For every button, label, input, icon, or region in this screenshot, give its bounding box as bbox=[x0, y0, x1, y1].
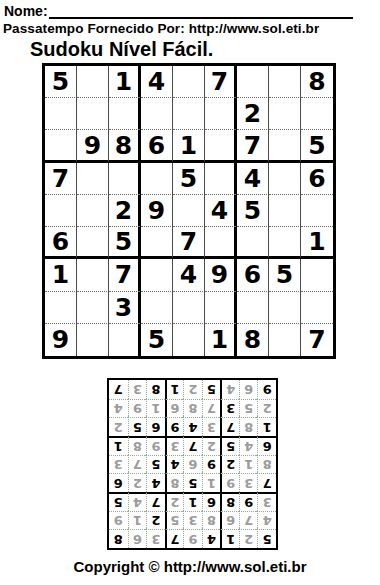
cell-r7c4[interactable] bbox=[141, 259, 173, 291]
cell-r4c1: 7 bbox=[45, 163, 77, 195]
solution-cell-r1c8: 6 bbox=[128, 529, 147, 548]
solution-cell-r7c3: 7 bbox=[220, 417, 239, 436]
solution-cell-r7c5: 4 bbox=[183, 417, 202, 436]
cell-r4c5: 5 bbox=[173, 163, 205, 195]
solution-cell-r6c6: 3 bbox=[165, 436, 184, 455]
solution-cell-r1c4: 4 bbox=[202, 529, 221, 548]
solution-cell-r5c8: 7 bbox=[128, 455, 147, 474]
cell-r9c6: 1 bbox=[205, 324, 237, 356]
solution-cell-r6c9: 1 bbox=[109, 436, 128, 455]
cell-r7c6: 9 bbox=[205, 259, 237, 291]
solution-cell-r8c2: 5 bbox=[239, 399, 258, 418]
cell-r5c2[interactable] bbox=[77, 195, 109, 227]
solution-cell-r4c8: 2 bbox=[128, 473, 147, 492]
cell-r7c7: 6 bbox=[237, 259, 269, 291]
cell-r2c2[interactable] bbox=[77, 98, 109, 130]
solution-cell-r6c8: 8 bbox=[128, 436, 147, 455]
cell-r5c6: 4 bbox=[205, 195, 237, 227]
cell-r9c1: 9 bbox=[45, 324, 77, 356]
solution-cell-r7c2: 8 bbox=[239, 417, 258, 436]
solution-cell-r4c2: 3 bbox=[239, 473, 258, 492]
solution-cell-r4c1: 7 bbox=[257, 473, 276, 492]
cell-r7c3: 7 bbox=[109, 259, 141, 291]
cell-r2c1[interactable] bbox=[45, 98, 77, 130]
sudoku-board[interactable]: 514782986175754629456571174965395187 bbox=[42, 63, 336, 359]
solution-cell-r8c8: 9 bbox=[128, 399, 147, 418]
cell-r3c8[interactable] bbox=[269, 130, 301, 162]
cell-r8c2[interactable] bbox=[77, 292, 109, 324]
cell-r4c4[interactable] bbox=[141, 163, 173, 195]
solution-cell-r2c5: 3 bbox=[183, 511, 202, 530]
cell-r6c3: 5 bbox=[109, 227, 141, 259]
cell-r5c3: 2 bbox=[109, 195, 141, 227]
cell-r6c8[interactable] bbox=[269, 227, 301, 259]
solution-cell-r7c1: 1 bbox=[257, 417, 276, 436]
cell-r4c2[interactable] bbox=[77, 163, 109, 195]
cell-r1c4: 4 bbox=[141, 66, 173, 98]
cell-r2c6[interactable] bbox=[205, 98, 237, 130]
cell-r9c4: 5 bbox=[141, 324, 173, 356]
solution-cell-r5c7: 5 bbox=[146, 455, 165, 474]
solution-cell-r7c6: 9 bbox=[165, 417, 184, 436]
cell-r8c4[interactable] bbox=[141, 292, 173, 324]
solution-cell-r8c7: 1 bbox=[146, 399, 165, 418]
solution-cell-r3c6: 2 bbox=[165, 492, 184, 511]
solution-cell-r4c7: 4 bbox=[146, 473, 165, 492]
cell-r5c7: 5 bbox=[237, 195, 269, 227]
solution-cell-r8c5: 8 bbox=[183, 399, 202, 418]
solution-cell-r4c3: 9 bbox=[220, 473, 239, 492]
cell-r4c3[interactable] bbox=[109, 163, 141, 195]
cell-r3c2: 9 bbox=[77, 130, 109, 162]
cell-r7c1: 1 bbox=[45, 259, 77, 291]
solution-cell-r2c3: 6 bbox=[220, 511, 239, 530]
solution-cell-r7c9: 2 bbox=[109, 417, 128, 436]
cell-r8c5[interactable] bbox=[173, 292, 205, 324]
worksheet-page: Nome: Passatempo Fornecido Por: http://w… bbox=[0, 0, 380, 585]
cell-r9c2[interactable] bbox=[77, 324, 109, 356]
solution-cell-r1c1: 5 bbox=[257, 529, 276, 548]
cell-r5c8[interactable] bbox=[269, 195, 301, 227]
solution-cell-r2c6: 5 bbox=[165, 511, 184, 530]
cell-r5c5[interactable] bbox=[173, 195, 205, 227]
cell-r9c7: 8 bbox=[237, 324, 269, 356]
solution-cell-r1c7: 3 bbox=[146, 529, 165, 548]
cell-r3c3: 8 bbox=[109, 130, 141, 162]
solution-cell-r2c7: 2 bbox=[146, 511, 165, 530]
solution-cell-r7c8: 5 bbox=[128, 417, 147, 436]
cell-r3c1[interactable] bbox=[45, 130, 77, 162]
cell-r6c9: 1 bbox=[301, 227, 333, 259]
solution-cell-r8c6: 6 bbox=[165, 399, 184, 418]
solution-cell-r2c8: 1 bbox=[128, 511, 147, 530]
solution-cell-r3c2: 9 bbox=[239, 492, 258, 511]
solution-cell-r7c4: 3 bbox=[202, 417, 221, 436]
solution-cell-r5c1: 8 bbox=[257, 455, 276, 474]
solution-cell-r3c4: 6 bbox=[202, 492, 221, 511]
solution-cell-r5c2: 1 bbox=[239, 455, 258, 474]
solution-cell-r3c9: 5 bbox=[109, 492, 128, 511]
cell-r5c4: 9 bbox=[141, 195, 173, 227]
solution-cell-r5c5: 6 bbox=[183, 455, 202, 474]
solution-cell-r6c7: 9 bbox=[146, 436, 165, 455]
cell-r3c7: 7 bbox=[237, 130, 269, 162]
copyright-text: Copyright © http://www.sol.eti.br bbox=[0, 558, 380, 575]
solution-cell-r9c7: 8 bbox=[146, 380, 165, 399]
cell-r9c8[interactable] bbox=[269, 324, 301, 356]
cell-r3c4: 6 bbox=[141, 130, 173, 162]
cell-r2c7: 2 bbox=[237, 98, 269, 130]
cell-r4c8[interactable] bbox=[269, 163, 301, 195]
cell-r8c3: 3 bbox=[109, 292, 141, 324]
solution-cell-r9c2: 6 bbox=[239, 380, 258, 399]
solution-cell-r9c3: 4 bbox=[220, 380, 239, 399]
cell-r9c5[interactable] bbox=[173, 324, 205, 356]
solution-cell-r8c4: 7 bbox=[202, 399, 221, 418]
cell-r1c2[interactable] bbox=[77, 66, 109, 98]
solution-cell-r6c1: 6 bbox=[257, 436, 276, 455]
solution-cell-r6c2: 4 bbox=[239, 436, 258, 455]
solution-cell-r8c9: 4 bbox=[109, 399, 128, 418]
cell-r2c5[interactable] bbox=[173, 98, 205, 130]
cell-r3c5: 1 bbox=[173, 130, 205, 162]
cell-r9c3[interactable] bbox=[109, 324, 141, 356]
cell-r2c8[interactable] bbox=[269, 98, 301, 130]
cell-r4c6[interactable] bbox=[205, 163, 237, 195]
solution-cell-r7c7: 6 bbox=[146, 417, 165, 436]
solution-cell-r3c8: 4 bbox=[128, 492, 147, 511]
cell-r7c8: 5 bbox=[269, 259, 301, 291]
solution-cell-r2c9: 9 bbox=[109, 511, 128, 530]
solution-cell-r6c3: 5 bbox=[220, 436, 239, 455]
solution-cell-r9c4: 5 bbox=[202, 380, 221, 399]
solution-cell-r5c6: 4 bbox=[165, 455, 184, 474]
name-row: Nome: bbox=[4, 3, 353, 19]
cell-r2c3[interactable] bbox=[109, 98, 141, 130]
cell-r5c9[interactable] bbox=[301, 195, 333, 227]
solution-cell-r5c3: 2 bbox=[220, 455, 239, 474]
cell-r4c7: 4 bbox=[237, 163, 269, 195]
cell-r2c4[interactable] bbox=[141, 98, 173, 130]
solution-cell-r9c9: 7 bbox=[109, 380, 128, 399]
solution-board-rotated: 5214973684768352193986127457391584268129… bbox=[107, 378, 278, 550]
cell-r1c9: 8 bbox=[301, 66, 333, 98]
cell-r7c9[interactable] bbox=[301, 259, 333, 291]
solution-cell-r1c3: 1 bbox=[220, 529, 239, 548]
solution-cell-r6c4: 2 bbox=[202, 436, 221, 455]
cell-r1c3: 1 bbox=[109, 66, 141, 98]
solution-cell-r2c1: 4 bbox=[257, 511, 276, 530]
solution-cell-r2c4: 8 bbox=[202, 511, 221, 530]
solution-cell-r1c5: 9 bbox=[183, 529, 202, 548]
cell-r6c4[interactable] bbox=[141, 227, 173, 259]
cell-r8c7[interactable] bbox=[237, 292, 269, 324]
cell-r3c9: 5 bbox=[301, 130, 333, 162]
solution-cell-r9c6: 1 bbox=[165, 380, 184, 399]
cell-r1c8[interactable] bbox=[269, 66, 301, 98]
solution-cell-r4c4: 1 bbox=[202, 473, 221, 492]
solution-cell-r1c2: 2 bbox=[239, 529, 258, 548]
solution-cell-r9c5: 2 bbox=[183, 380, 202, 399]
cell-r8c1[interactable] bbox=[45, 292, 77, 324]
cell-r3c6[interactable] bbox=[205, 130, 237, 162]
cell-r6c6[interactable] bbox=[205, 227, 237, 259]
cell-r4c9: 6 bbox=[301, 163, 333, 195]
solution-cell-r4c6: 8 bbox=[165, 473, 184, 492]
cell-r1c6: 7 bbox=[205, 66, 237, 98]
cell-r1c1: 5 bbox=[45, 66, 77, 98]
solution-cell-r9c8: 3 bbox=[128, 380, 147, 399]
solution-cell-r1c6: 7 bbox=[165, 529, 184, 548]
solution-cell-r8c3: 3 bbox=[220, 399, 239, 418]
name-fill-line[interactable] bbox=[49, 4, 353, 19]
solution-cell-r8c1: 2 bbox=[257, 399, 276, 418]
cell-r6c2[interactable] bbox=[77, 227, 109, 259]
cell-r1c7[interactable] bbox=[237, 66, 269, 98]
cell-r5c1[interactable] bbox=[45, 195, 77, 227]
solution-cell-r3c1: 3 bbox=[257, 492, 276, 511]
cell-r8c9[interactable] bbox=[301, 292, 333, 324]
cell-r7c5: 4 bbox=[173, 259, 205, 291]
cell-r6c5: 7 bbox=[173, 227, 205, 259]
cell-r6c1: 6 bbox=[45, 227, 77, 259]
solution-cell-r4c5: 5 bbox=[183, 473, 202, 492]
solution-cell-r1c9: 8 bbox=[109, 529, 128, 548]
solution-cell-r2c2: 7 bbox=[239, 511, 258, 530]
solution-cell-r3c5: 1 bbox=[183, 492, 202, 511]
name-label: Nome: bbox=[4, 3, 48, 19]
solution-cell-r4c9: 6 bbox=[109, 473, 128, 492]
solution-cell-r5c4: 9 bbox=[202, 455, 221, 474]
cell-r8c8[interactable] bbox=[269, 292, 301, 324]
solution-cell-r9c1: 9 bbox=[257, 380, 276, 399]
solution-cell-r5c9: 3 bbox=[109, 455, 128, 474]
solution-cell-r6c5: 7 bbox=[183, 436, 202, 455]
cell-r8c6[interactable] bbox=[205, 292, 237, 324]
solution-cell-r3c3: 8 bbox=[220, 492, 239, 511]
page-title: Sudoku Nível Fácil. bbox=[30, 38, 213, 61]
cell-r2c9[interactable] bbox=[301, 98, 333, 130]
cell-r7c2[interactable] bbox=[77, 259, 109, 291]
solution-cell-r3c7: 7 bbox=[146, 492, 165, 511]
provider-text: Passatempo Fornecido Por: http://www.sol… bbox=[3, 21, 379, 36]
cell-r1c5[interactable] bbox=[173, 66, 205, 98]
cell-r9c9: 7 bbox=[301, 324, 333, 356]
cell-r6c7[interactable] bbox=[237, 227, 269, 259]
